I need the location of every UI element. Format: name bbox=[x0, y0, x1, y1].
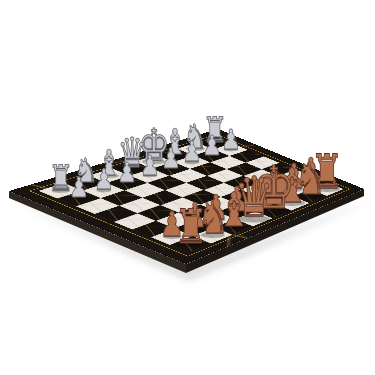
piece-silver-pawn[interactable]: ♟ bbox=[221, 125, 241, 153]
piece-silver-pawn[interactable]: ♟ bbox=[69, 174, 89, 202]
piece-silver-pawn[interactable]: ♟ bbox=[94, 166, 114, 194]
piece-silver-pawn[interactable]: ♟ bbox=[140, 151, 160, 179]
piece-silver-pawn[interactable]: ♟ bbox=[161, 144, 181, 172]
piece-silver-pawn[interactable]: ♟ bbox=[202, 131, 222, 159]
piece-silver-pawn[interactable]: ♟ bbox=[182, 138, 202, 166]
chess-set-scene: ♜♞♟♝♟♚♟♛♟♝♟♟♟♞♜♟♟♜♞♟♟♝♟♚♟♛♟♝♟♞♟♜ bbox=[0, 0, 375, 375]
pieces-layer: ♜♞♟♝♟♚♟♛♟♝♟♟♟♞♜♟♟♜♞♟♟♝♟♚♟♛♟♝♟♞♟♜ bbox=[0, 0, 375, 375]
piece-copper-rook[interactable]: ♜ bbox=[174, 203, 208, 250]
piece-silver-pawn[interactable]: ♟ bbox=[117, 159, 137, 187]
